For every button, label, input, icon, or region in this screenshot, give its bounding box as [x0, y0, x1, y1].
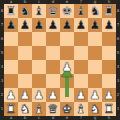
piece-black-bishop-c8[interactable]: ♝	[32, 4, 46, 18]
rank-label-right-3: 3	[116, 74, 120, 88]
square-c3[interactable]	[32, 74, 46, 88]
square-a7[interactable]: ♟	[4, 18, 18, 32]
piece-black-rook-a8[interactable]: ♜	[4, 4, 18, 18]
square-f1[interactable]: ♝	[74, 102, 88, 116]
square-b4[interactable]	[18, 60, 32, 74]
square-g4[interactable]	[88, 60, 102, 74]
piece-black-knight-b8[interactable]: ♞	[18, 4, 32, 18]
piece-white-rook-a1[interactable]: ♜	[4, 102, 18, 116]
square-h4[interactable]	[102, 60, 116, 74]
square-c6[interactable]	[32, 32, 46, 46]
piece-white-pawn-d2[interactable]: ♟	[46, 88, 60, 102]
square-f5[interactable]	[74, 46, 88, 60]
file-label-bottom-g: g	[88, 116, 102, 120]
chess-app-frame: ♜♞♝♛♚♝♞♜♟♟♟♟♟♟♟♟♟♟♟♟♟♟♟♟♜♞♝♛♚♝♞♜ aabbccd…	[0, 0, 120, 120]
square-c2[interactable]: ♟	[32, 88, 46, 102]
square-a5[interactable]	[4, 46, 18, 60]
square-g1[interactable]: ♞	[88, 102, 102, 116]
square-d8[interactable]: ♛	[46, 4, 60, 18]
square-c7[interactable]: ♟	[32, 18, 46, 32]
file-label-bottom-h: h	[102, 116, 116, 120]
square-h3[interactable]	[102, 74, 116, 88]
square-f4[interactable]	[74, 60, 88, 74]
file-label-bottom-d: d	[46, 116, 60, 120]
square-d1[interactable]: ♛	[46, 102, 60, 116]
piece-white-rook-h1[interactable]: ♜	[102, 102, 116, 116]
square-a1[interactable]: ♜	[4, 102, 18, 116]
square-e3[interactable]	[60, 74, 74, 88]
square-b5[interactable]	[18, 46, 32, 60]
rank-label-right-2: 2	[116, 88, 120, 102]
square-c8[interactable]: ♝	[32, 4, 46, 18]
square-d7[interactable]: ♟	[46, 18, 60, 32]
piece-white-pawn-a2[interactable]: ♟	[4, 88, 18, 102]
file-label-bottom-a: a	[4, 116, 18, 120]
piece-black-pawn-h7[interactable]: ♟	[102, 18, 116, 32]
square-a6[interactable]	[4, 32, 18, 46]
square-g7[interactable]: ♟	[88, 18, 102, 32]
square-a2[interactable]: ♟	[4, 88, 18, 102]
square-h8[interactable]: ♜	[102, 4, 116, 18]
square-b6[interactable]	[18, 32, 32, 46]
piece-white-pawn-e4[interactable]: ♟	[60, 60, 74, 74]
piece-black-bishop-f8[interactable]: ♝	[74, 4, 88, 18]
square-e4[interactable]: ♟	[60, 60, 74, 74]
piece-black-pawn-e7[interactable]: ♟	[60, 18, 74, 32]
rank-label-left-4: 4	[0, 60, 4, 74]
square-g2[interactable]: ♟	[88, 88, 102, 102]
piece-white-pawn-g2[interactable]: ♟	[88, 88, 102, 102]
square-f7[interactable]: ♟	[74, 18, 88, 32]
square-d2[interactable]: ♟	[46, 88, 60, 102]
file-label-bottom-f: f	[74, 116, 88, 120]
piece-black-rook-h8[interactable]: ♜	[102, 4, 116, 18]
square-d4[interactable]	[46, 60, 60, 74]
piece-black-pawn-d7[interactable]: ♟	[46, 18, 60, 32]
square-b2[interactable]: ♟	[18, 88, 32, 102]
square-g3[interactable]	[88, 74, 102, 88]
piece-white-queen-d1[interactable]: ♛	[46, 102, 60, 116]
square-g5[interactable]	[88, 46, 102, 60]
piece-black-queen-d8[interactable]: ♛	[46, 4, 60, 18]
square-f8[interactable]: ♝	[74, 4, 88, 18]
square-g6[interactable]	[88, 32, 102, 46]
piece-black-pawn-g7[interactable]: ♟	[88, 18, 102, 32]
chess-board: ♜♞♝♛♚♝♞♜♟♟♟♟♟♟♟♟♟♟♟♟♟♟♟♟♜♞♝♛♚♝♞♜	[4, 4, 116, 116]
square-d6[interactable]	[46, 32, 60, 46]
square-b3[interactable]	[18, 74, 32, 88]
square-c4[interactable]	[32, 60, 46, 74]
square-h1[interactable]: ♜	[102, 102, 116, 116]
file-label-bottom-e: e	[60, 116, 74, 120]
piece-black-pawn-c7[interactable]: ♟	[32, 18, 46, 32]
piece-black-knight-g8[interactable]: ♞	[88, 4, 102, 18]
rank-label-left-6: 6	[0, 32, 4, 46]
square-e8[interactable]: ♚	[60, 4, 74, 18]
square-a3[interactable]	[4, 74, 18, 88]
square-d5[interactable]	[46, 46, 60, 60]
rank-label-right-8: 8	[116, 4, 120, 18]
piece-white-bishop-c1[interactable]: ♝	[32, 102, 46, 116]
square-h7[interactable]: ♟	[102, 18, 116, 32]
rank-label-right-1: 1	[116, 102, 120, 116]
rank-label-right-4: 4	[116, 60, 120, 74]
square-b8[interactable]: ♞	[18, 4, 32, 18]
square-e2[interactable]	[60, 88, 74, 102]
square-e1[interactable]: ♚	[60, 102, 74, 116]
piece-white-pawn-c2[interactable]: ♟	[32, 88, 46, 102]
piece-white-pawn-f2[interactable]: ♟	[74, 88, 88, 102]
square-e7[interactable]: ♟	[60, 18, 74, 32]
rank-label-left-3: 3	[0, 74, 4, 88]
piece-black-pawn-a7[interactable]: ♟	[4, 18, 18, 32]
square-d3[interactable]	[46, 74, 60, 88]
rank-label-right-6: 6	[116, 32, 120, 46]
square-e6[interactable]	[60, 32, 74, 46]
square-f6[interactable]	[74, 32, 88, 46]
piece-white-king-e1[interactable]: ♚	[60, 102, 74, 116]
piece-black-pawn-b7[interactable]: ♟	[18, 18, 32, 32]
square-b1[interactable]: ♞	[18, 102, 32, 116]
square-a8[interactable]: ♜	[4, 4, 18, 18]
square-c1[interactable]: ♝	[32, 102, 46, 116]
piece-white-knight-b1[interactable]: ♞	[18, 102, 32, 116]
square-c5[interactable]	[32, 46, 46, 60]
square-h5[interactable]	[102, 46, 116, 60]
square-f2[interactable]: ♟	[74, 88, 88, 102]
piece-white-knight-g1[interactable]: ♞	[88, 102, 102, 116]
rank-label-right-7: 7	[116, 18, 120, 32]
square-h6[interactable]	[102, 32, 116, 46]
square-f3[interactable]	[74, 74, 88, 88]
square-e5[interactable]	[60, 46, 74, 60]
square-g8[interactable]: ♞	[88, 4, 102, 18]
piece-white-pawn-b2[interactable]: ♟	[18, 88, 32, 102]
piece-black-pawn-f7[interactable]: ♟	[74, 18, 88, 32]
file-label-bottom-b: b	[18, 116, 32, 120]
file-label-bottom-c: c	[32, 116, 46, 120]
square-b7[interactable]: ♟	[18, 18, 32, 32]
square-a4[interactable]	[4, 60, 18, 74]
piece-white-bishop-f1[interactable]: ♝	[74, 102, 88, 116]
square-h2[interactable]: ♟	[102, 88, 116, 102]
piece-black-king-e8[interactable]: ♚	[60, 4, 74, 18]
rank-label-right-5: 5	[116, 46, 120, 60]
rank-label-left-5: 5	[0, 46, 4, 60]
piece-white-pawn-h2[interactable]: ♟	[102, 88, 116, 102]
